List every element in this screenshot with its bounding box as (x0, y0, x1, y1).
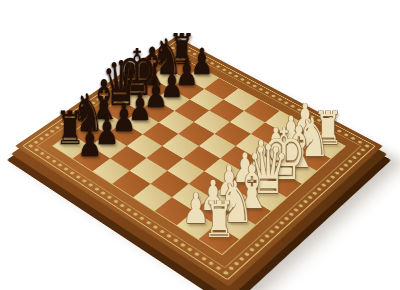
chess-board (15, 37, 383, 287)
chess-set-photo: ♜♞♝♛♚♝♞♜♟♟♟♟♟♟♟♟♟♟♟♟♟♟♟♟♜♞♝♛♚♝♞♜ (0, 0, 400, 290)
